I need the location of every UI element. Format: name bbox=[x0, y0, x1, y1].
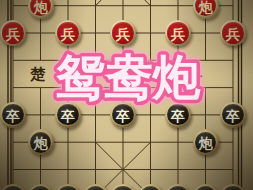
title-overlay: 鸳鸯炮 bbox=[0, 0, 253, 190]
xiangqi-board: 楚 界 炮炮兵兵兵兵兵卒卒卒卒卒炮炮車馬象士將士象馬車 鸳鸯炮 bbox=[0, 0, 253, 190]
title-overlay-text: 鸳鸯炮 bbox=[56, 51, 202, 104]
